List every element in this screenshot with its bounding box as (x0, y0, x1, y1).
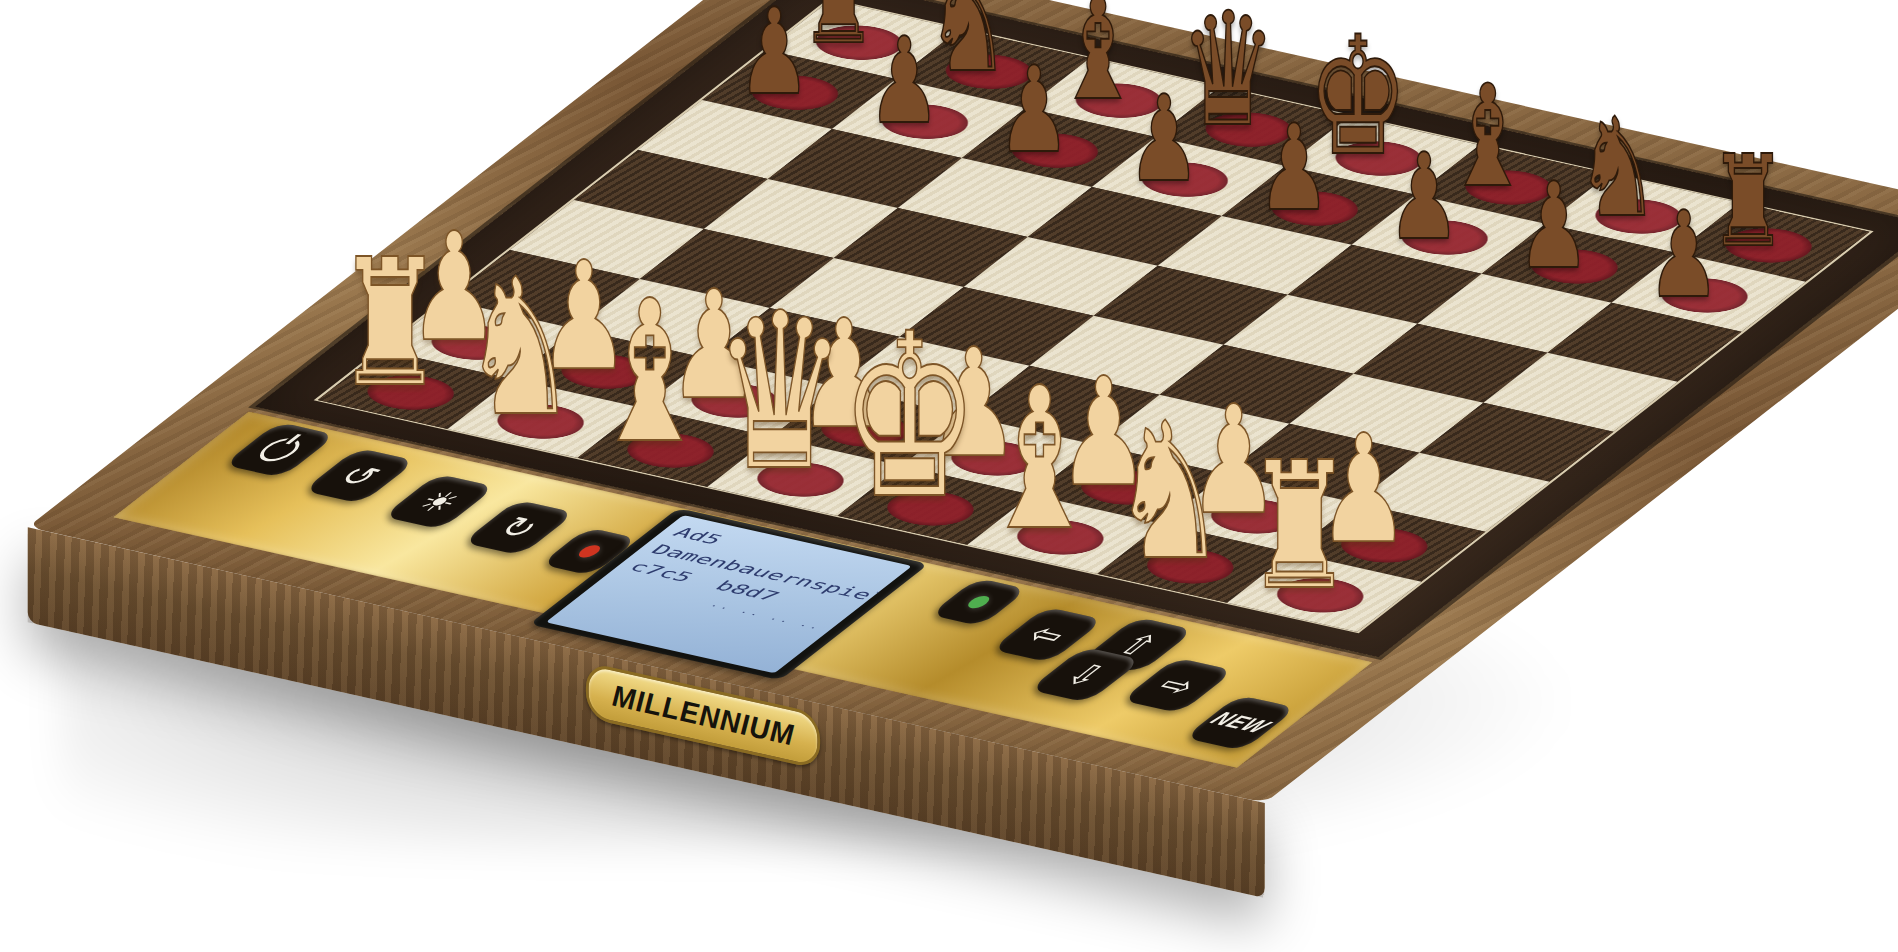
arrow-right-icon: ⇨ (1149, 670, 1207, 701)
product-photo-scene: ♜♞♝♛♚♝♞♜♟♟♟♟♟♟♟♟♟♟♟♟♟♟♟♟♜♞♝♛♚♝♞♜ ↺ ☀ ↻ A… (0, 0, 1898, 952)
new-button-label: NEW (1205, 709, 1276, 736)
piece-white-rook-a1[interactable]: ♜ (319, 242, 461, 409)
brand-logo-text: MILLENNIUM (611, 679, 795, 753)
brand-plaque: MILLENNIUM (586, 662, 820, 770)
arrow-left-icon: ⇦ (1018, 619, 1076, 650)
piece-black-pawn-a7[interactable]: ♟ (703, 0, 845, 109)
piece-white-knight-b1[interactable]: ♞ (449, 259, 591, 438)
piece-black-pawn-d7[interactable]: ♟ (1093, 83, 1235, 196)
power-icon (252, 436, 308, 464)
piece-black-pawn-b7[interactable]: ♟ (833, 25, 975, 138)
piece-black-pawn-e7[interactable]: ♟ (1223, 112, 1365, 225)
piece-white-knight-g1[interactable]: ♞ (1099, 403, 1241, 582)
red-dot-icon (575, 544, 605, 559)
piece-black-pawn-g7[interactable]: ♟ (1483, 170, 1625, 283)
redo-icon: ↻ (490, 512, 548, 543)
piece-black-pawn-h7[interactable]: ♟ (1613, 199, 1755, 312)
arrow-down-icon: ⇩ (1056, 659, 1114, 690)
redo-button[interactable]: ↻ (462, 500, 575, 556)
piece-white-bishop-c1[interactable]: ♝ (579, 281, 721, 467)
light-button[interactable]: ☀ (382, 474, 495, 530)
ok-button[interactable] (929, 578, 1028, 626)
chess-computer: ♜♞♝♛♚♝♞♜♟♟♟♟♟♟♟♟♟♟♟♟♟♟♟♟♜♞♝♛♚♝♞♜ ↺ ☀ ↻ A… (28, 0, 1898, 803)
piece-black-pawn-c7[interactable]: ♟ (963, 54, 1105, 167)
new-game-button[interactable]: NEW (1184, 695, 1297, 751)
piece-white-queen-d1[interactable]: ♛ (709, 290, 851, 495)
piece-white-rook-h1[interactable]: ♜ (1228, 445, 1370, 612)
undo-button[interactable]: ↺ (303, 448, 416, 504)
sun-icon: ☀ (409, 486, 469, 517)
piece-white-bishop-f1[interactable]: ♝ (969, 368, 1111, 554)
undo-icon: ↺ (330, 460, 388, 491)
power-button[interactable] (223, 422, 336, 478)
green-dot-icon (964, 594, 994, 609)
piece-white-king-e1[interactable]: ♚ (839, 310, 981, 525)
piece-black-pawn-f7[interactable]: ♟ (1353, 141, 1495, 254)
